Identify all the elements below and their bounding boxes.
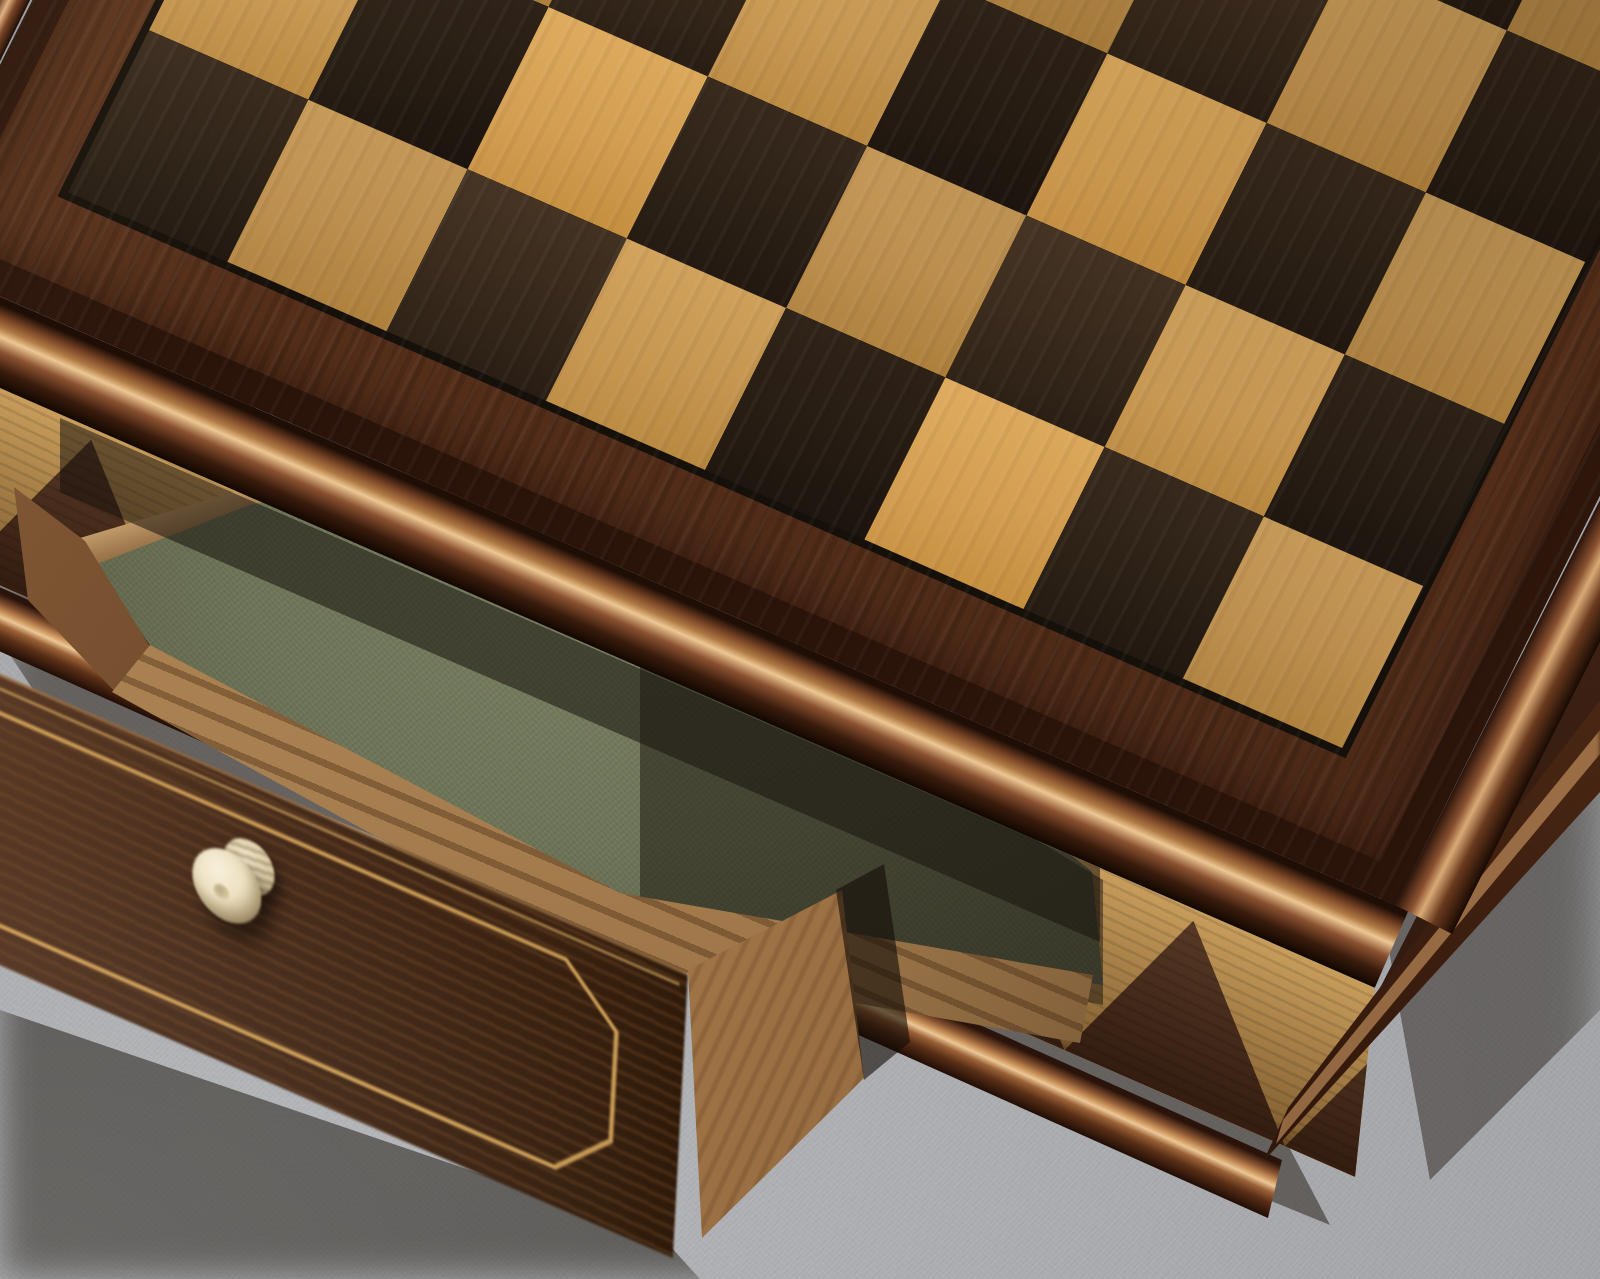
photo-of-chessboard (0, 0, 1600, 1279)
